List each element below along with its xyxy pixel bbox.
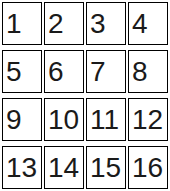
grid-cell-12[interactable]: 12 <box>128 98 168 141</box>
grid-cell-10[interactable]: 10 <box>44 98 84 141</box>
grid-cell-11[interactable]: 11 <box>86 98 126 141</box>
grid-cell-1[interactable]: 1 <box>2 2 42 45</box>
grid-cell-5[interactable]: 5 <box>2 50 42 93</box>
grid-cell-2[interactable]: 2 <box>44 2 84 45</box>
grid-cell-4[interactable]: 4 <box>128 2 168 45</box>
grid-cell-7[interactable]: 7 <box>86 50 126 93</box>
grid-cell-9[interactable]: 9 <box>2 98 42 141</box>
grid-cell-15[interactable]: 15 <box>86 146 126 189</box>
grid-cell-8[interactable]: 8 <box>128 50 168 93</box>
grid-cell-13[interactable]: 13 <box>2 146 42 189</box>
grid-cell-14[interactable]: 14 <box>44 146 84 189</box>
puzzle-grid: 12345678910111213141516 <box>0 0 170 191</box>
grid-cell-3[interactable]: 3 <box>86 2 126 45</box>
grid-cell-16[interactable]: 16 <box>128 146 168 189</box>
grid-cell-6[interactable]: 6 <box>44 50 84 93</box>
